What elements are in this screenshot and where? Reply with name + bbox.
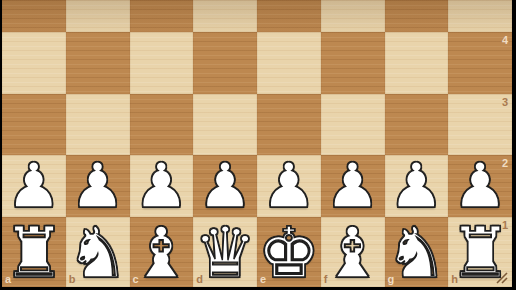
square-e2[interactable]: ♟ bbox=[257, 155, 321, 217]
square-c4[interactable] bbox=[130, 32, 194, 94]
piece-white-rook-a1[interactable]: ♜ bbox=[2, 218, 65, 288]
square-f1[interactable]: ♝f bbox=[321, 217, 385, 287]
piece-white-pawn-a2[interactable]: ♟ bbox=[6, 155, 62, 217]
square-f5[interactable] bbox=[321, 0, 385, 32]
square-a1[interactable]: ♜a bbox=[2, 217, 66, 287]
square-e3[interactable] bbox=[257, 94, 321, 156]
square-h3[interactable]: 3 bbox=[448, 94, 512, 156]
resize-handle-icon[interactable] bbox=[496, 272, 508, 284]
square-d5[interactable] bbox=[193, 0, 257, 32]
square-g5[interactable] bbox=[385, 0, 449, 32]
piece-white-king-e1[interactable]: ♚ bbox=[257, 218, 320, 288]
piece-white-bishop-c1[interactable]: ♝ bbox=[130, 218, 193, 288]
square-f2[interactable]: ♟ bbox=[321, 155, 385, 217]
square-e5[interactable] bbox=[257, 0, 321, 32]
piece-white-pawn-g2[interactable]: ♟ bbox=[389, 155, 445, 217]
square-f4[interactable] bbox=[321, 32, 385, 94]
square-c3[interactable] bbox=[130, 94, 194, 156]
piece-white-queen-d1[interactable]: ♛ bbox=[194, 218, 257, 288]
square-a3[interactable] bbox=[2, 94, 66, 156]
chessboard-frame: 43♟♟♟♟♟♟♟♟2♜a♞b♝c♛d♚e♝f♞g♜h1 bbox=[0, 0, 516, 290]
piece-white-pawn-d2[interactable]: ♟ bbox=[197, 155, 253, 217]
square-a2[interactable]: ♟ bbox=[2, 155, 66, 217]
square-d3[interactable] bbox=[193, 94, 257, 156]
square-a4[interactable] bbox=[2, 32, 66, 94]
square-b2[interactable]: ♟ bbox=[66, 155, 130, 217]
square-h5[interactable] bbox=[448, 0, 512, 32]
square-c5[interactable] bbox=[130, 0, 194, 32]
piece-white-pawn-e2[interactable]: ♟ bbox=[261, 155, 317, 217]
square-f3[interactable] bbox=[321, 94, 385, 156]
square-g4[interactable] bbox=[385, 32, 449, 94]
square-g2[interactable]: ♟ bbox=[385, 155, 449, 217]
piece-white-knight-b1[interactable]: ♞ bbox=[66, 218, 129, 288]
square-b5[interactable] bbox=[66, 0, 130, 32]
piece-white-bishop-f1[interactable]: ♝ bbox=[321, 218, 384, 288]
square-e4[interactable] bbox=[257, 32, 321, 94]
rank-label-4: 4 bbox=[502, 35, 508, 46]
square-g1[interactable]: ♞g bbox=[385, 217, 449, 287]
square-e1[interactable]: ♚e bbox=[257, 217, 321, 287]
square-d4[interactable] bbox=[193, 32, 257, 94]
piece-white-pawn-b2[interactable]: ♟ bbox=[70, 155, 126, 217]
square-a5[interactable] bbox=[2, 0, 66, 32]
square-g3[interactable] bbox=[385, 94, 449, 156]
chessboard: 43♟♟♟♟♟♟♟♟2♜a♞b♝c♛d♚e♝f♞g♜h1 bbox=[2, 0, 512, 287]
piece-white-pawn-f2[interactable]: ♟ bbox=[325, 155, 381, 217]
piece-white-pawn-c2[interactable]: ♟ bbox=[134, 155, 190, 217]
square-d2[interactable]: ♟ bbox=[193, 155, 257, 217]
square-h4[interactable]: 4 bbox=[448, 32, 512, 94]
square-c1[interactable]: ♝c bbox=[130, 217, 194, 287]
piece-white-knight-g1[interactable]: ♞ bbox=[385, 218, 448, 288]
rank-label-3: 3 bbox=[502, 97, 508, 108]
piece-white-pawn-h2[interactable]: ♟ bbox=[452, 155, 508, 217]
square-b4[interactable] bbox=[66, 32, 130, 94]
square-c2[interactable]: ♟ bbox=[130, 155, 194, 217]
square-d1[interactable]: ♛d bbox=[193, 217, 257, 287]
square-b1[interactable]: ♞b bbox=[66, 217, 130, 287]
square-h2[interactable]: ♟2 bbox=[448, 155, 512, 217]
square-b3[interactable] bbox=[66, 94, 130, 156]
